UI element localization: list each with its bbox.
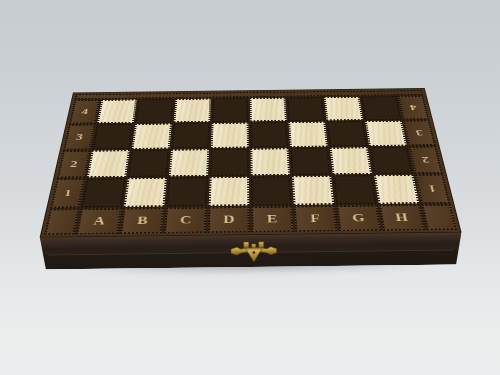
square-d1 xyxy=(209,177,250,206)
file-label-h: H xyxy=(379,205,425,231)
square-c3 xyxy=(171,123,210,148)
rank-label-left-3: 3 xyxy=(63,124,95,149)
square-a1 xyxy=(81,178,126,207)
board-corner-right xyxy=(422,204,457,230)
square-g1 xyxy=(333,175,377,204)
square-g2 xyxy=(330,147,372,174)
rank-label-right-3: 3 xyxy=(403,120,435,145)
square-a4 xyxy=(97,99,137,123)
file-label-e: E xyxy=(251,206,293,232)
square-c4 xyxy=(174,99,211,123)
square-g3 xyxy=(327,121,368,146)
file-label-b: B xyxy=(120,208,164,234)
rank-label-right-4: 4 xyxy=(398,96,429,120)
rank-label-left-1: 1 xyxy=(50,179,84,208)
square-c1 xyxy=(166,177,208,206)
square-b3 xyxy=(132,123,172,149)
square-d4 xyxy=(212,98,249,122)
square-e4 xyxy=(250,98,287,122)
file-label-d: D xyxy=(208,207,250,233)
square-f4 xyxy=(287,97,325,121)
square-c2 xyxy=(169,149,209,176)
file-label-f: F xyxy=(294,206,337,232)
board-corner-left xyxy=(44,209,79,235)
square-b4 xyxy=(135,99,174,123)
file-label-g: G xyxy=(336,205,381,231)
rank-label-right-2: 2 xyxy=(409,146,443,173)
square-e3 xyxy=(250,122,288,147)
chess-box-scene: 44332211ABCDEFGH xyxy=(0,0,500,375)
square-a3 xyxy=(92,124,133,150)
square-e2 xyxy=(250,148,289,175)
square-b1 xyxy=(124,178,167,207)
square-f3 xyxy=(288,122,327,147)
file-label-a: A xyxy=(76,208,121,234)
square-d3 xyxy=(211,123,249,148)
file-label-c: C xyxy=(164,207,207,233)
square-h1 xyxy=(374,175,419,204)
square-e1 xyxy=(251,176,292,205)
square-d2 xyxy=(210,149,249,176)
rank-label-left-4: 4 xyxy=(69,100,100,124)
rank-label-left-2: 2 xyxy=(57,151,90,178)
chessboard-grid: 44332211ABCDEFGH xyxy=(44,90,457,235)
chessboard-top-face: 44332211ABCDEFGH xyxy=(40,88,462,237)
rank-label-right-1: 1 xyxy=(415,174,450,203)
photo-background: 44332211ABCDEFGH xyxy=(0,0,500,375)
square-f1 xyxy=(292,176,334,205)
square-b2 xyxy=(128,150,170,177)
square-h2 xyxy=(369,147,413,174)
brass-clasp-icon xyxy=(231,240,277,265)
square-f2 xyxy=(290,148,331,175)
square-h3 xyxy=(365,121,407,146)
square-h4 xyxy=(361,96,401,120)
square-g4 xyxy=(324,97,363,121)
square-a2 xyxy=(87,150,130,177)
